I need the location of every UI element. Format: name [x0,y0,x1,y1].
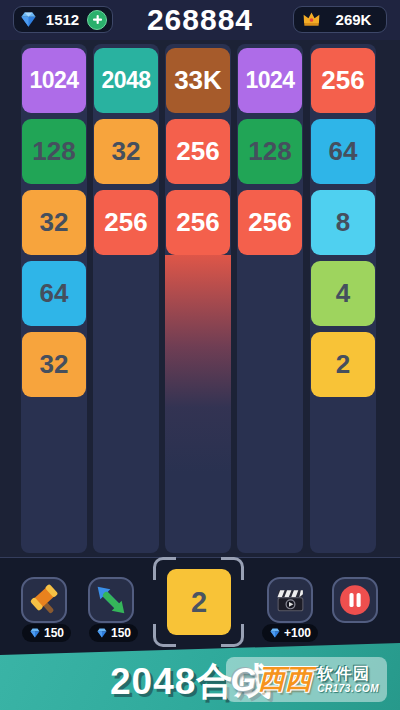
game-screen: 1512 268884 269K 1024204833K102425612832… [0,0,400,710]
tile-33K: 33K [166,48,230,113]
tile-4: 4 [311,261,375,326]
tile-64: 64 [311,119,375,184]
watermark: G 西西 软件园 CR173.COM [226,657,387,702]
swap-arrows-icon [95,584,127,616]
tile-8: 8 [311,190,375,255]
gem-icon [269,627,281,639]
tile-32: 32 [22,190,86,255]
pause-button[interactable] [332,577,378,623]
hammer-icon [28,584,60,616]
pause-icon [338,583,372,617]
tile-256: 256 [166,190,230,255]
watermark-name: 软件园 [317,665,379,683]
tile-32: 32 [94,119,158,184]
video-reward-button[interactable] [267,577,313,623]
swap-cost: 150 [111,626,131,640]
tile-32: 32 [22,332,86,397]
watermark-site: CR173.COM [317,683,379,694]
video-reward-pill: +100 [262,624,318,642]
hammer-button[interactable] [21,577,67,623]
shoot-trail [165,255,231,473]
best-score: 269K [326,11,381,28]
tile-64: 64 [22,261,86,326]
gem-icon [96,627,108,639]
tile-256: 256 [238,190,302,255]
hammer-cost-pill: 150 [22,624,71,642]
crown-icon [301,9,322,30]
tile-1024: 1024 [22,48,86,113]
watermark-brand: 西西 [258,666,312,693]
tile-256: 256 [311,48,375,113]
video-reward: +100 [284,626,311,640]
swap-button[interactable] [88,577,134,623]
hammer-cost: 150 [44,626,64,640]
clapperboard-icon [274,584,307,617]
board: 1024204833K10242561283225612864322562562… [0,40,400,557]
watermark-logo: G [231,663,257,696]
gem-icon [29,627,41,639]
tile-1024: 1024 [238,48,302,113]
tile-2: 2 [311,332,375,397]
next-tile: 2 [167,569,231,635]
tile-128: 128 [238,119,302,184]
tile-256: 256 [166,119,230,184]
tile-128: 128 [22,119,86,184]
swap-cost-pill: 150 [89,624,138,642]
topbar: 1512 268884 269K [0,0,400,40]
tile-2048: 2048 [94,48,158,113]
tile-256: 256 [94,190,158,255]
best-score-pill: 269K [293,6,387,33]
